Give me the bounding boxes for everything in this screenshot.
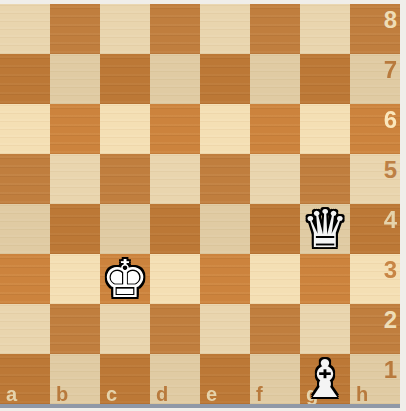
square-b1[interactable]: b: [50, 354, 100, 404]
square-a7[interactable]: [0, 54, 50, 104]
square-c6[interactable]: [100, 104, 150, 154]
square-a5[interactable]: [0, 154, 50, 204]
square-h6[interactable]: 6: [350, 104, 400, 154]
square-f2[interactable]: [250, 304, 300, 354]
rank-label-5: 5: [384, 158, 397, 182]
file-label-h: h: [356, 384, 368, 404]
square-g3[interactable]: [300, 254, 350, 304]
square-a1[interactable]: a: [0, 354, 50, 404]
file-label-e: e: [206, 384, 217, 404]
file-label-d: d: [156, 384, 168, 404]
square-e7[interactable]: [200, 54, 250, 104]
rank-label-3: 3: [384, 258, 397, 282]
square-f4[interactable]: [250, 204, 300, 254]
rank-label-4: 4: [384, 208, 397, 232]
square-b8[interactable]: [50, 4, 100, 54]
square-a4[interactable]: [0, 204, 50, 254]
square-f3[interactable]: [250, 254, 300, 304]
square-e3[interactable]: [200, 254, 250, 304]
square-d7[interactable]: [150, 54, 200, 104]
square-e5[interactable]: [200, 154, 250, 204]
board-bottom-shadow: [0, 404, 400, 408]
square-h8[interactable]: 8: [350, 4, 400, 54]
square-h4[interactable]: 4: [350, 204, 400, 254]
white-queen-g4[interactable]: ♛: [302, 204, 349, 254]
square-f1[interactable]: f: [250, 354, 300, 404]
square-c1[interactable]: c: [100, 354, 150, 404]
square-g1[interactable]: g♝: [300, 354, 350, 404]
square-f8[interactable]: [250, 4, 300, 54]
square-a8[interactable]: [0, 4, 50, 54]
square-b7[interactable]: [50, 54, 100, 104]
square-a6[interactable]: [0, 104, 50, 154]
square-d4[interactable]: [150, 204, 200, 254]
square-e8[interactable]: [200, 4, 250, 54]
file-label-a: a: [6, 384, 17, 404]
square-g6[interactable]: [300, 104, 350, 154]
square-h3[interactable]: 3: [350, 254, 400, 304]
square-d3[interactable]: [150, 254, 200, 304]
square-g7[interactable]: [300, 54, 350, 104]
file-label-f: f: [256, 384, 263, 404]
square-d1[interactable]: d: [150, 354, 200, 404]
white-king-c3[interactable]: ♚: [102, 254, 149, 304]
square-g4[interactable]: ♛: [300, 204, 350, 254]
square-g5[interactable]: [300, 154, 350, 204]
square-f6[interactable]: [250, 104, 300, 154]
square-d5[interactable]: [150, 154, 200, 204]
white-bishop-g1[interactable]: ♝: [302, 354, 349, 404]
chess-board: 8765♛4♚32abcdefg♝1h: [0, 4, 400, 404]
square-c4[interactable]: [100, 204, 150, 254]
square-a3[interactable]: [0, 254, 50, 304]
file-label-c: c: [106, 384, 117, 404]
square-d8[interactable]: [150, 4, 200, 54]
square-b3[interactable]: [50, 254, 100, 304]
rank-label-7: 7: [384, 58, 397, 82]
rank-label-6: 6: [384, 108, 397, 132]
square-e6[interactable]: [200, 104, 250, 154]
square-h5[interactable]: 5: [350, 154, 400, 204]
rank-label-8: 8: [384, 8, 397, 32]
square-c8[interactable]: [100, 4, 150, 54]
square-e2[interactable]: [200, 304, 250, 354]
square-f5[interactable]: [250, 154, 300, 204]
square-d6[interactable]: [150, 104, 200, 154]
square-b6[interactable]: [50, 104, 100, 154]
square-h7[interactable]: 7: [350, 54, 400, 104]
square-c3[interactable]: ♚: [100, 254, 150, 304]
rank-label-1: 1: [384, 358, 397, 382]
page-background: 8765♛4♚32abcdefg♝1h: [0, 0, 406, 411]
square-f7[interactable]: [250, 54, 300, 104]
square-e4[interactable]: [200, 204, 250, 254]
square-c5[interactable]: [100, 154, 150, 204]
square-c7[interactable]: [100, 54, 150, 104]
square-h2[interactable]: 2: [350, 304, 400, 354]
square-b4[interactable]: [50, 204, 100, 254]
square-b2[interactable]: [50, 304, 100, 354]
file-label-b: b: [56, 384, 68, 404]
square-b5[interactable]: [50, 154, 100, 204]
square-g8[interactable]: [300, 4, 350, 54]
square-d2[interactable]: [150, 304, 200, 354]
square-c2[interactable]: [100, 304, 150, 354]
square-h1[interactable]: 1h: [350, 354, 400, 404]
square-a2[interactable]: [0, 304, 50, 354]
square-e1[interactable]: e: [200, 354, 250, 404]
square-g2[interactable]: [300, 304, 350, 354]
rank-label-2: 2: [384, 308, 397, 332]
